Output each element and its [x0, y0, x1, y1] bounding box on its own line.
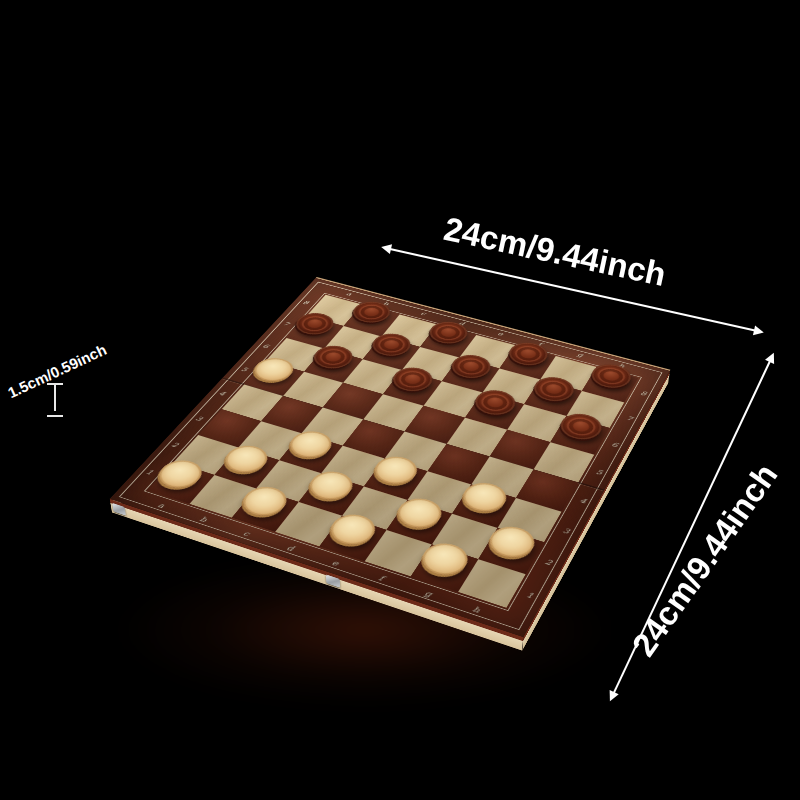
rank-label-right-6: 6	[610, 441, 619, 448]
file-label-far-a: a	[345, 291, 353, 297]
product-photo-stage: aabbccddeeffgghh1122334455667788 24cm/9.…	[0, 0, 800, 800]
rank-label-left-2: 2	[170, 441, 180, 448]
metal-clasp-icon	[112, 503, 126, 516]
file-label-near-f: f	[377, 574, 385, 582]
rank-label-right-1: 1	[525, 591, 535, 600]
thickness-dimension-arrow	[47, 383, 63, 417]
rank-label-left-4: 4	[217, 390, 227, 397]
file-label-near-a: a	[156, 501, 167, 509]
rank-label-left-7: 7	[282, 321, 291, 327]
file-label-far-e: e	[496, 331, 504, 337]
file-label-near-d: d	[285, 544, 296, 553]
rank-label-left-8: 8	[301, 300, 310, 306]
rank-label-right-4: 4	[578, 497, 587, 505]
file-label-far-c: c	[419, 311, 427, 317]
file-label-far-g: g	[576, 352, 584, 358]
rank-label-right-8: 8	[639, 390, 647, 397]
file-label-near-h: h	[471, 605, 482, 615]
file-label-near-b: b	[198, 515, 209, 523]
file-label-near-g: g	[423, 589, 434, 598]
rank-label-left-1: 1	[144, 469, 155, 477]
width-dimension-label: 24cm/9.44inch	[441, 210, 670, 294]
rank-label-left-5: 5	[240, 366, 249, 373]
rank-label-right-5: 5	[595, 468, 604, 476]
rank-label-right-7: 7	[625, 415, 634, 422]
rank-label-left-3: 3	[194, 415, 204, 422]
file-label-near-e: e	[330, 559, 340, 568]
file-label-near-c: c	[241, 529, 251, 537]
rank-label-right-3: 3	[561, 527, 571, 535]
rank-label-right-2: 2	[544, 558, 554, 567]
depth-dimension-label: 24cm/9.44inch	[625, 457, 786, 664]
rank-label-left-6: 6	[261, 343, 270, 349]
